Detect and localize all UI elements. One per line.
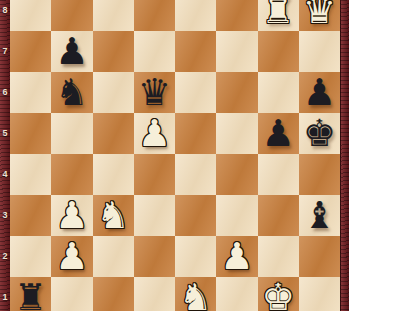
square-a7 <box>10 31 51 72</box>
piece-black-knight: ♞ <box>55 72 88 113</box>
square-e3 <box>175 195 216 236</box>
board-frame-right <box>340 0 349 311</box>
square-c2 <box>93 236 134 277</box>
square-f7 <box>216 31 257 72</box>
square-b6: ♞ <box>51 72 92 113</box>
rank-label-6: 6 <box>0 87 10 97</box>
piece-white-rook: ♜ <box>262 0 295 31</box>
piece-white-pawn: ♟ <box>55 236 88 277</box>
square-d8 <box>134 0 175 31</box>
piece-white-king: ♚ <box>262 277 295 311</box>
chess-board-grid: ♜♛♟♞♛♟♟♟♚♟♞♝♟♟♜♞♚ <box>10 0 340 311</box>
rank-label-2: 2 <box>0 251 10 261</box>
square-d7 <box>134 31 175 72</box>
square-c5 <box>93 113 134 154</box>
piece-white-pawn: ♟ <box>55 195 88 236</box>
piece-black-queen: ♛ <box>138 72 171 113</box>
square-b2: ♟ <box>51 236 92 277</box>
piece-black-pawn: ♟ <box>262 113 295 154</box>
rank-label-1: 1 <box>0 292 10 302</box>
square-g7 <box>258 31 299 72</box>
square-c8 <box>93 0 134 31</box>
square-f1 <box>216 277 257 311</box>
square-b7: ♟ <box>51 31 92 72</box>
square-a3 <box>10 195 51 236</box>
square-f6 <box>216 72 257 113</box>
square-g2 <box>258 236 299 277</box>
square-a4 <box>10 154 51 195</box>
square-g1: ♚ <box>258 277 299 311</box>
piece-black-bishop: ♝ <box>303 195 336 236</box>
square-h7 <box>299 31 340 72</box>
rank-label-7: 7 <box>0 46 10 56</box>
square-b3: ♟ <box>51 195 92 236</box>
square-f2: ♟ <box>216 236 257 277</box>
square-a1: ♜ <box>10 277 51 311</box>
square-a8 <box>10 0 51 31</box>
square-c7 <box>93 31 134 72</box>
square-g8: ♜ <box>258 0 299 31</box>
square-f3 <box>216 195 257 236</box>
square-h3: ♝ <box>299 195 340 236</box>
rank-label-4: 4 <box>0 169 10 179</box>
piece-black-pawn: ♟ <box>55 31 88 72</box>
piece-white-queen: ♛ <box>303 0 336 31</box>
rank-label-3: 3 <box>0 210 10 220</box>
square-h6: ♟ <box>299 72 340 113</box>
square-a5 <box>10 113 51 154</box>
square-e8 <box>175 0 216 31</box>
square-h1 <box>299 277 340 311</box>
square-e2 <box>175 236 216 277</box>
square-b5 <box>51 113 92 154</box>
piece-white-knight: ♞ <box>179 277 212 311</box>
piece-white-knight: ♞ <box>97 195 130 236</box>
square-g5: ♟ <box>258 113 299 154</box>
square-c4 <box>93 154 134 195</box>
square-d4 <box>134 154 175 195</box>
square-e6 <box>175 72 216 113</box>
square-h5: ♚ <box>299 113 340 154</box>
rank-label-8: 8 <box>0 5 10 15</box>
square-h2 <box>299 236 340 277</box>
rank-label-5: 5 <box>0 128 10 138</box>
square-e4 <box>175 154 216 195</box>
page: ♜♛♟♞♛♟♟♟♚♟♞♝♟♟♜♞♚ 87654321 <box>0 0 414 311</box>
square-d6: ♛ <box>134 72 175 113</box>
square-g4 <box>258 154 299 195</box>
square-b1 <box>51 277 92 311</box>
square-e7 <box>175 31 216 72</box>
piece-white-pawn: ♟ <box>220 236 253 277</box>
square-a6 <box>10 72 51 113</box>
piece-black-king: ♚ <box>303 113 336 154</box>
square-c3: ♞ <box>93 195 134 236</box>
square-h8: ♛ <box>299 0 340 31</box>
square-h4 <box>299 154 340 195</box>
square-g6 <box>258 72 299 113</box>
square-d1 <box>134 277 175 311</box>
square-d2 <box>134 236 175 277</box>
square-f5 <box>216 113 257 154</box>
square-b8 <box>51 0 92 31</box>
square-e5 <box>175 113 216 154</box>
square-c6 <box>93 72 134 113</box>
square-a2 <box>10 236 51 277</box>
piece-black-rook: ♜ <box>14 277 47 311</box>
square-f4 <box>216 154 257 195</box>
square-f8 <box>216 0 257 31</box>
piece-white-pawn: ♟ <box>138 113 171 154</box>
square-g3 <box>258 195 299 236</box>
square-b4 <box>51 154 92 195</box>
square-e1: ♞ <box>175 277 216 311</box>
piece-black-pawn: ♟ <box>303 72 336 113</box>
square-c1 <box>93 277 134 311</box>
square-d5: ♟ <box>134 113 175 154</box>
square-d3 <box>134 195 175 236</box>
